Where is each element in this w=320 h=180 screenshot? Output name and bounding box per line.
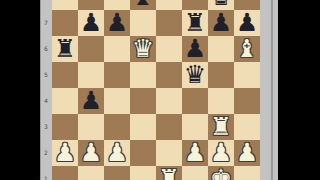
square-d4[interactable] [130, 88, 156, 114]
square-g3[interactable]: ♜ [208, 114, 234, 140]
square-b6[interactable] [78, 36, 104, 62]
square-d6[interactable]: ♛ [130, 36, 156, 62]
square-b4[interactable]: ♟ [78, 88, 104, 114]
square-h4[interactable] [234, 88, 260, 114]
square-a5[interactable] [52, 62, 78, 88]
black-pawn-g7[interactable]: ♟ [210, 10, 232, 36]
square-a3[interactable] [52, 114, 78, 140]
square-d7[interactable] [130, 10, 156, 36]
square-b1[interactable] [78, 166, 104, 180]
black-queen-f5[interactable]: ♛ [184, 62, 206, 88]
right-rail-groove [271, 0, 273, 180]
square-h5[interactable] [234, 62, 260, 88]
chessboard-frame: 87654321 ♝♚♟♟♜♟♟♜♛♟♝♛♟♜♟♟♟♟♟♟♜♚ [40, 0, 278, 180]
square-h6[interactable]: ♝ [234, 36, 260, 62]
square-f2[interactable]: ♟ [182, 140, 208, 166]
square-b2[interactable]: ♟ [78, 140, 104, 166]
board: ♝♚♟♟♜♟♟♜♛♟♝♛♟♜♟♟♟♟♟♟♜♚ [52, 0, 260, 180]
rank-label-7: 7 [40, 10, 52, 36]
white-king-g1[interactable]: ♚ [210, 166, 232, 180]
square-g5[interactable] [208, 62, 234, 88]
white-rook-g3[interactable]: ♜ [210, 114, 232, 140]
square-c4[interactable] [104, 88, 130, 114]
square-e8[interactable] [156, 0, 182, 10]
white-bishop-h6[interactable]: ♝ [236, 36, 258, 62]
square-e3[interactable] [156, 114, 182, 140]
black-bishop-d8[interactable]: ♝ [132, 0, 154, 10]
black-pawn-f6[interactable]: ♟ [184, 36, 206, 62]
white-pawn-c2[interactable]: ♟ [106, 140, 128, 166]
square-a7[interactable] [52, 10, 78, 36]
square-h1[interactable] [234, 166, 260, 180]
square-c1[interactable] [104, 166, 130, 180]
black-rook-a6[interactable]: ♜ [54, 36, 76, 62]
square-h7[interactable]: ♟ [234, 10, 260, 36]
square-f7[interactable]: ♜ [182, 10, 208, 36]
square-d2[interactable] [130, 140, 156, 166]
square-f6[interactable]: ♟ [182, 36, 208, 62]
white-pawn-h2[interactable]: ♟ [236, 140, 258, 166]
square-h3[interactable] [234, 114, 260, 140]
black-pawn-b4[interactable]: ♟ [80, 88, 102, 114]
square-c6[interactable] [104, 36, 130, 62]
rank-label-4: 4 [40, 88, 52, 114]
square-b7[interactable]: ♟ [78, 10, 104, 36]
square-e2[interactable] [156, 140, 182, 166]
square-d1[interactable] [130, 166, 156, 180]
square-c2[interactable]: ♟ [104, 140, 130, 166]
white-queen-d6[interactable]: ♛ [132, 36, 154, 62]
square-c3[interactable] [104, 114, 130, 140]
square-a6[interactable]: ♜ [52, 36, 78, 62]
square-e7[interactable] [156, 10, 182, 36]
square-e4[interactable] [156, 88, 182, 114]
square-d3[interactable] [130, 114, 156, 140]
rank-label-6: 6 [40, 36, 52, 62]
square-a4[interactable] [52, 88, 78, 114]
square-f4[interactable] [182, 88, 208, 114]
square-c5[interactable] [104, 62, 130, 88]
rank-label-5: 5 [40, 62, 52, 88]
square-a1[interactable] [52, 166, 78, 180]
rank-label-rail: 87654321 [40, 0, 52, 180]
square-g2[interactable]: ♟ [208, 140, 234, 166]
white-rook-e1[interactable]: ♜ [158, 166, 180, 180]
square-d5[interactable] [130, 62, 156, 88]
square-f5[interactable]: ♛ [182, 62, 208, 88]
rank-label-3: 3 [40, 114, 52, 140]
black-pawn-h7[interactable]: ♟ [236, 10, 258, 36]
white-pawn-f2[interactable]: ♟ [184, 140, 206, 166]
square-d8[interactable]: ♝ [130, 0, 156, 10]
square-b5[interactable] [78, 62, 104, 88]
square-a2[interactable]: ♟ [52, 140, 78, 166]
rank-label-2: 2 [40, 140, 52, 166]
white-pawn-a2[interactable]: ♟ [54, 140, 76, 166]
square-e1[interactable]: ♜ [156, 166, 182, 180]
square-h2[interactable]: ♟ [234, 140, 260, 166]
black-pawn-b7[interactable]: ♟ [80, 10, 102, 36]
rank-label-8: 8 [40, 0, 52, 10]
black-pawn-c7[interactable]: ♟ [106, 10, 128, 36]
white-pawn-b2[interactable]: ♟ [80, 140, 102, 166]
square-f3[interactable] [182, 114, 208, 140]
rank-label-1: 1 [40, 166, 52, 180]
video-frame: 87654321 ♝♚♟♟♜♟♟♜♛♟♝♛♟♜♟♟♟♟♟♟♜♚ [0, 0, 320, 180]
square-a8[interactable] [52, 0, 78, 10]
square-g4[interactable] [208, 88, 234, 114]
right-rail [260, 0, 278, 180]
square-c7[interactable]: ♟ [104, 10, 130, 36]
square-g6[interactable] [208, 36, 234, 62]
square-e6[interactable] [156, 36, 182, 62]
square-g1[interactable]: ♚ [208, 166, 234, 180]
square-g7[interactable]: ♟ [208, 10, 234, 36]
square-b3[interactable] [78, 114, 104, 140]
square-e5[interactable] [156, 62, 182, 88]
white-pawn-g2[interactable]: ♟ [210, 140, 232, 166]
black-rook-f7[interactable]: ♜ [184, 10, 206, 36]
square-f1[interactable] [182, 166, 208, 180]
